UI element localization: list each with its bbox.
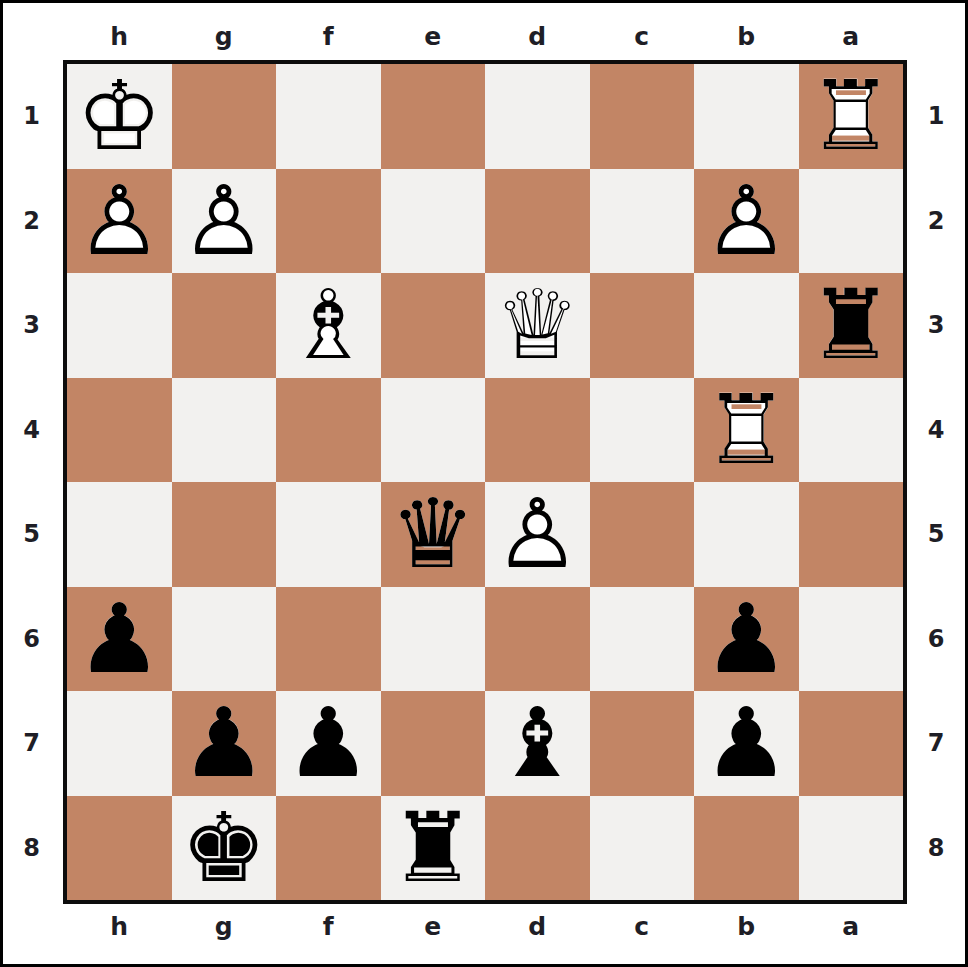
rank-label-2: 2 <box>0 169 63 274</box>
square-c3[interactable] <box>590 273 695 378</box>
square-d7[interactable]: ♗♝ <box>485 691 590 796</box>
square-h4[interactable] <box>67 378 172 483</box>
square-g8[interactable]: ♔♚ <box>172 796 277 901</box>
square-h7[interactable] <box>67 691 172 796</box>
white-queen-d3[interactable]: ♛♕ <box>485 273 590 378</box>
black-pawn-b6[interactable]: ♙♟ <box>694 587 799 692</box>
square-f7[interactable]: ♙♟ <box>276 691 381 796</box>
white-pawn-d5[interactable]: ♟♙ <box>485 482 590 587</box>
rank-label-4: 4 <box>0 378 63 483</box>
square-b2[interactable]: ♟♙ <box>694 169 799 274</box>
white-rook-b4[interactable]: ♜♖ <box>694 378 799 483</box>
white-pawn-glyph: ♙ <box>703 173 789 269</box>
square-f6[interactable] <box>276 587 381 692</box>
square-d3[interactable]: ♛♕ <box>485 273 590 378</box>
file-labels-top: hgfedcba <box>67 22 903 51</box>
file-label-b: b <box>694 22 799 51</box>
file-label-g: g <box>172 22 277 51</box>
square-e6[interactable] <box>381 587 486 692</box>
white-queen-glyph: ♕ <box>494 277 580 373</box>
square-c6[interactable] <box>590 587 695 692</box>
rank-label-8: 8 <box>907 796 965 901</box>
square-d4[interactable] <box>485 378 590 483</box>
white-pawn-glyph: ♙ <box>181 173 267 269</box>
rank-label-5: 5 <box>907 482 965 587</box>
square-a4[interactable] <box>799 378 904 483</box>
square-d6[interactable] <box>485 587 590 692</box>
white-rook-glyph: ♖ <box>808 68 894 164</box>
rank-label-8: 8 <box>0 796 63 901</box>
square-b4[interactable]: ♜♖ <box>694 378 799 483</box>
black-pawn-g7[interactable]: ♙♟ <box>172 691 277 796</box>
square-d5[interactable]: ♟♙ <box>485 482 590 587</box>
black-queen-glyph: ♛ <box>390 486 476 582</box>
square-e4[interactable] <box>381 378 486 483</box>
black-bishop-d7[interactable]: ♗♝ <box>485 691 590 796</box>
rank-label-7: 7 <box>907 691 965 796</box>
square-e2[interactable] <box>381 169 486 274</box>
square-h2[interactable]: ♟♙ <box>67 169 172 274</box>
square-b8[interactable] <box>694 796 799 901</box>
black-bishop-glyph: ♝ <box>494 695 580 791</box>
square-a2[interactable] <box>799 169 904 274</box>
black-pawn-h6[interactable]: ♙♟ <box>67 587 172 692</box>
square-h8[interactable] <box>67 796 172 901</box>
square-e8[interactable]: ♖♜ <box>381 796 486 901</box>
square-c2[interactable] <box>590 169 695 274</box>
rank-label-3: 3 <box>0 273 63 378</box>
chess-board: ♚♔♜♖♟♙♟♙♟♙♝♗♛♕♖♜♜♖♕♛♟♙♙♟♙♟♙♟♙♟♗♝♙♟♔♚♖♜ <box>63 60 907 904</box>
white-pawn-glyph: ♙ <box>76 173 162 269</box>
white-king-h1[interactable]: ♚♔ <box>67 64 172 169</box>
file-label-b: b <box>694 912 799 941</box>
black-pawn-glyph: ♟ <box>703 591 789 687</box>
square-h3[interactable] <box>67 273 172 378</box>
file-label-g: g <box>172 912 277 941</box>
square-a6[interactable] <box>799 587 904 692</box>
file-label-a: a <box>799 22 904 51</box>
white-king-glyph: ♔ <box>76 68 162 164</box>
black-rook-e8[interactable]: ♖♜ <box>381 796 486 901</box>
square-a1[interactable]: ♜♖ <box>799 64 904 169</box>
square-f1[interactable] <box>276 64 381 169</box>
square-b1[interactable] <box>694 64 799 169</box>
file-label-d: d <box>485 22 590 51</box>
square-b6[interactable]: ♙♟ <box>694 587 799 692</box>
black-queen-e5[interactable]: ♕♛ <box>381 482 486 587</box>
rank-label-1: 1 <box>907 64 965 169</box>
rank-label-5: 5 <box>0 482 63 587</box>
white-rook-a1[interactable]: ♜♖ <box>799 64 904 169</box>
file-label-c: c <box>590 912 695 941</box>
square-e5[interactable]: ♕♛ <box>381 482 486 587</box>
file-label-e: e <box>381 22 486 51</box>
square-f2[interactable] <box>276 169 381 274</box>
rank-label-6: 6 <box>907 587 965 692</box>
black-pawn-b7[interactable]: ♙♟ <box>694 691 799 796</box>
file-label-e: e <box>381 912 486 941</box>
black-pawn-glyph: ♟ <box>285 695 371 791</box>
rank-label-1: 1 <box>0 64 63 169</box>
rank-label-2: 2 <box>907 169 965 274</box>
square-d8[interactable] <box>485 796 590 901</box>
square-a3[interactable]: ♖♜ <box>799 273 904 378</box>
white-pawn-h2[interactable]: ♟♙ <box>67 169 172 274</box>
square-g7[interactable]: ♙♟ <box>172 691 277 796</box>
file-label-d: d <box>485 912 590 941</box>
square-g3[interactable] <box>172 273 277 378</box>
file-labels-bottom: hgfedcba <box>67 912 903 941</box>
square-g2[interactable]: ♟♙ <box>172 169 277 274</box>
white-pawn-g2[interactable]: ♟♙ <box>172 169 277 274</box>
black-king-glyph: ♚ <box>181 800 267 896</box>
black-pawn-glyph: ♟ <box>76 591 162 687</box>
file-label-h: h <box>67 22 172 51</box>
square-g4[interactable] <box>172 378 277 483</box>
rank-label-6: 6 <box>0 587 63 692</box>
rank-label-7: 7 <box>0 691 63 796</box>
square-c5[interactable] <box>590 482 695 587</box>
square-h5[interactable] <box>67 482 172 587</box>
square-f3[interactable]: ♝♗ <box>276 273 381 378</box>
square-f5[interactable] <box>276 482 381 587</box>
white-pawn-glyph: ♙ <box>494 486 580 582</box>
rank-labels-right: 12345678 <box>907 64 965 900</box>
square-c7[interactable] <box>590 691 695 796</box>
square-d2[interactable] <box>485 169 590 274</box>
square-a8[interactable] <box>799 796 904 901</box>
square-g6[interactable] <box>172 587 277 692</box>
square-b5[interactable] <box>694 482 799 587</box>
square-e1[interactable] <box>381 64 486 169</box>
square-a5[interactable] <box>799 482 904 587</box>
square-h6[interactable]: ♙♟ <box>67 587 172 692</box>
white-pawn-b2[interactable]: ♟♙ <box>694 169 799 274</box>
black-rook-glyph: ♜ <box>390 800 476 896</box>
square-c1[interactable] <box>590 64 695 169</box>
black-pawn-glyph: ♟ <box>703 695 789 791</box>
file-label-a: a <box>799 912 904 941</box>
white-rook-glyph: ♖ <box>703 382 789 478</box>
square-a7[interactable] <box>799 691 904 796</box>
square-f4[interactable] <box>276 378 381 483</box>
square-h1[interactable]: ♚♔ <box>67 64 172 169</box>
black-king-g8[interactable]: ♔♚ <box>172 796 277 901</box>
square-d1[interactable] <box>485 64 590 169</box>
rank-labels-left: 12345678 <box>0 64 63 900</box>
square-e3[interactable] <box>381 273 486 378</box>
square-f8[interactable] <box>276 796 381 901</box>
file-label-f: f <box>276 22 381 51</box>
black-pawn-glyph: ♟ <box>181 695 267 791</box>
square-e7[interactable] <box>381 691 486 796</box>
black-rook-a3[interactable]: ♖♜ <box>799 273 904 378</box>
white-bishop-f3[interactable]: ♝♗ <box>276 273 381 378</box>
black-pawn-f7[interactable]: ♙♟ <box>276 691 381 796</box>
square-b3[interactable] <box>694 273 799 378</box>
square-b7[interactable]: ♙♟ <box>694 691 799 796</box>
file-label-c: c <box>590 22 695 51</box>
file-label-h: h <box>67 912 172 941</box>
square-c8[interactable] <box>590 796 695 901</box>
rank-label-4: 4 <box>907 378 965 483</box>
white-bishop-glyph: ♗ <box>285 277 371 373</box>
square-g1[interactable] <box>172 64 277 169</box>
black-rook-glyph: ♜ <box>808 277 894 373</box>
square-c4[interactable] <box>590 378 695 483</box>
rank-label-3: 3 <box>907 273 965 378</box>
square-g5[interactable] <box>172 482 277 587</box>
file-label-f: f <box>276 912 381 941</box>
